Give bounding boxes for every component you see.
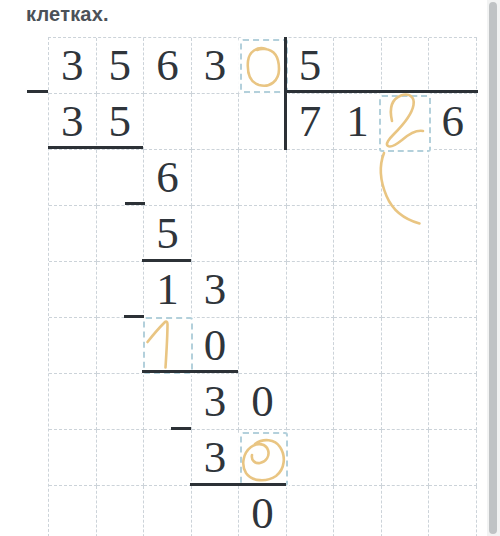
grid-cell-r9c1 <box>49 486 97 536</box>
grid-cell-r3c9 <box>429 150 477 206</box>
grid-cell-r6c5 <box>239 318 287 374</box>
scrollbar-thumb[interactable] <box>489 2 497 534</box>
grid-cell-r7c9 <box>429 374 477 430</box>
grid-cell-r5c8 <box>382 262 430 318</box>
grid-cell-r7c4: 3 <box>192 374 240 430</box>
grid-cell-r1c6: 5 <box>287 38 335 94</box>
grid-cell-r3c1 <box>49 150 97 206</box>
grid-cell-r3c6 <box>287 150 335 206</box>
grid-cell-r9c2 <box>97 486 145 536</box>
grid-cell-r2c4 <box>192 94 240 150</box>
grid-cell-r8c1 <box>49 430 97 486</box>
grid-cell-r9c4 <box>192 486 240 536</box>
grid-cell-r8c2 <box>97 430 145 486</box>
answer-cell-subtrahend-last-digit[interactable] <box>240 432 288 486</box>
grid-cell-r6c6 <box>287 318 335 374</box>
grid-cell-r2c3 <box>144 94 192 150</box>
grid-cell-r4c8 <box>382 206 430 262</box>
grid-cell-r4c2 <box>97 206 145 262</box>
grid-cell-r1c3: 6 <box>144 38 192 94</box>
printed-digit: 1 <box>156 267 179 312</box>
instruction-text: клетках. <box>26 3 109 26</box>
grid-cell-r6c4: 0 <box>192 318 240 374</box>
printed-digit: 3 <box>204 267 227 312</box>
grid-cell-r8c8 <box>382 430 430 486</box>
grid-cell-r7c2 <box>97 374 145 430</box>
grid-cell-r7c3 <box>144 374 192 430</box>
printed-digit: 5 <box>299 43 322 88</box>
grid-cell-r2c1: 3 <box>49 94 97 150</box>
grid-cell-r5c4: 3 <box>192 262 240 318</box>
printed-digit: 3 <box>61 99 84 144</box>
grid-cell-r3c8 <box>382 150 430 206</box>
grid-cell-r4c9 <box>429 206 477 262</box>
grid-cell-r9c9 <box>429 486 477 536</box>
division-bracket-horizontal-line <box>284 90 478 93</box>
grid-cell-r6c9 <box>429 318 477 374</box>
minus-sign-1 <box>27 90 48 93</box>
grid-cell-r9c7 <box>334 486 382 536</box>
grid-cell-r6c8 <box>382 318 430 374</box>
grid-cell-r4c4 <box>192 206 240 262</box>
grid-cell-r1c2: 5 <box>97 38 145 94</box>
grid-cell-r1c1: 3 <box>49 38 97 94</box>
division-bracket-vertical-line <box>284 37 287 150</box>
answer-cell-quotient-digit[interactable] <box>379 95 431 152</box>
answer-cell-dividend-last-digit[interactable] <box>240 39 288 93</box>
subtraction-line-1 <box>48 146 143 149</box>
minus-sign-2 <box>125 202 145 205</box>
grid-cell-r5c7 <box>334 262 382 318</box>
grid-cell-r2c6: 7 <box>287 94 335 150</box>
grid-cell-r4c1 <box>49 206 97 262</box>
printed-digit: 5 <box>156 211 179 256</box>
subtraction-line-3 <box>142 370 238 373</box>
printed-digit: 0 <box>251 491 274 536</box>
grid-cell-r5c1 <box>49 262 97 318</box>
grid-cell-r2c5 <box>239 94 287 150</box>
printed-digit: 3 <box>204 379 227 424</box>
grid-cell-r4c7 <box>334 206 382 262</box>
grid-cell-r7c8 <box>382 374 430 430</box>
grid-cell-r2c7: 1 <box>334 94 382 150</box>
printed-digit: 5 <box>109 99 132 144</box>
grid-cell-r8c6 <box>287 430 335 486</box>
printed-digit: 3 <box>204 435 227 480</box>
grid-cell-r5c3: 1 <box>144 262 192 318</box>
grid-cell-r6c7 <box>334 318 382 374</box>
grid-cell-r7c7 <box>334 374 382 430</box>
grid-cell-r5c9 <box>429 262 477 318</box>
printed-digit: 5 <box>109 43 132 88</box>
subtraction-line-4 <box>190 483 286 486</box>
grid-cell-r7c5: 0 <box>239 374 287 430</box>
grid-cell-r3c4 <box>192 150 240 206</box>
grid-cell-r9c3 <box>144 486 192 536</box>
minus-sign-4 <box>171 427 191 430</box>
grid-cell-r3c5 <box>239 150 287 206</box>
minus-sign-3 <box>124 315 144 318</box>
grid-cell-r3c2 <box>97 150 145 206</box>
scrollbar-track[interactable] <box>487 0 500 536</box>
printed-digit: 0 <box>251 379 274 424</box>
grid-cell-r3c3: 6 <box>144 150 192 206</box>
grid-cell-r8c3 <box>144 430 192 486</box>
grid-cell-r6c1 <box>49 318 97 374</box>
printed-digit: 3 <box>204 43 227 88</box>
printed-digit: 3 <box>61 43 84 88</box>
grid-cell-r1c7 <box>334 38 382 94</box>
grid-cell-r1c9 <box>429 38 477 94</box>
grid-cell-r7c1 <box>49 374 97 430</box>
grid-cell-r5c6 <box>287 262 335 318</box>
printed-digit: 6 <box>156 43 179 88</box>
grid-cell-r4c3: 5 <box>144 206 192 262</box>
grid-cell-r2c2: 5 <box>97 94 145 150</box>
printed-digit: 6 <box>156 155 179 200</box>
grid-cell-r7c6 <box>287 374 335 430</box>
grid-cell-r6c2 <box>97 318 145 374</box>
grid-cell-r9c6 <box>287 486 335 536</box>
printed-digit: 7 <box>299 99 322 144</box>
grid-cell-r9c5: 0 <box>239 486 287 536</box>
printed-digit: 6 <box>441 99 464 144</box>
grid-cell-r1c8 <box>382 38 430 94</box>
grid-cell-r4c6 <box>287 206 335 262</box>
grid-cell-r3c7 <box>334 150 382 206</box>
answer-cell-subtrahend-digit[interactable] <box>143 317 193 374</box>
grid-cell-r5c5 <box>239 262 287 318</box>
grid-cell-r8c7 <box>334 430 382 486</box>
subtraction-line-2 <box>142 259 191 262</box>
printed-digit: 1 <box>346 99 369 144</box>
grid-cell-r8c4: 3 <box>192 430 240 486</box>
grid-cell-r5c2 <box>97 262 145 318</box>
grid-cell-r8c9 <box>429 430 477 486</box>
grid-cell-r2c9: 6 <box>429 94 477 150</box>
grid-cell-r1c4: 3 <box>192 38 240 94</box>
printed-digit: 0 <box>204 323 227 368</box>
grid-cell-r4c5 <box>239 206 287 262</box>
grid-cell-r9c8 <box>382 486 430 536</box>
